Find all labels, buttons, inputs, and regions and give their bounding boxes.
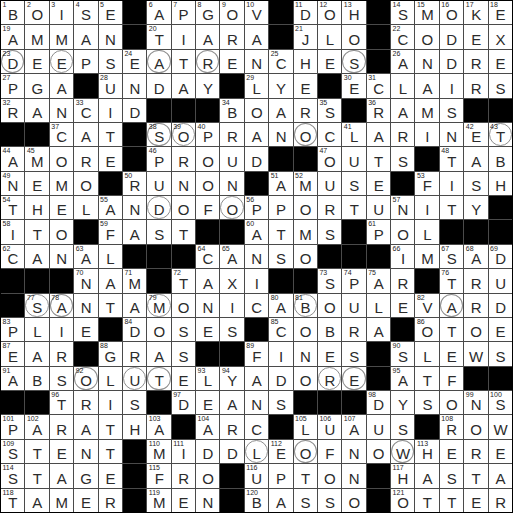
cell-r16c6[interactable]: U bbox=[123, 367, 146, 390]
cell-r3c18[interactable]: N bbox=[415, 50, 438, 73]
cell-r21c17[interactable]: 121O bbox=[391, 489, 414, 512]
cell-r16c18[interactable]: T bbox=[415, 367, 438, 390]
cell-r16c2[interactable]: B bbox=[25, 367, 48, 390]
cell-r9c15[interactable]: T bbox=[342, 196, 365, 219]
cell-r19c21[interactable]: E bbox=[489, 440, 512, 463]
cell-r11c19[interactable]: 67S bbox=[440, 245, 463, 268]
cell-r19c18[interactable]: 113H bbox=[415, 440, 438, 463]
cell-r7c5[interactable]: E bbox=[99, 147, 122, 170]
cell-r18c15[interactable]: 107A bbox=[342, 415, 365, 438]
cell-r21c21[interactable]: R bbox=[489, 489, 512, 512]
cell-r20c20[interactable]: T bbox=[464, 464, 487, 487]
cell-r1c1[interactable]: 1B bbox=[1, 1, 24, 24]
cell-r8c20[interactable]: S bbox=[464, 172, 487, 195]
cell-r15c15[interactable]: S bbox=[342, 342, 365, 365]
cell-r1c2[interactable]: 2O bbox=[25, 1, 48, 24]
cell-r7c19[interactable]: 48T bbox=[440, 147, 463, 170]
cell-r21c15[interactable]: O bbox=[342, 489, 365, 512]
cell-r6c8[interactable]: 39O bbox=[172, 123, 195, 146]
cell-r18c5[interactable]: T bbox=[99, 415, 122, 438]
cell-r11c12[interactable]: S bbox=[269, 245, 292, 268]
cell-r4c12[interactable]: Y bbox=[269, 74, 292, 97]
cell-r5c1[interactable]: 32R bbox=[1, 99, 24, 122]
cell-r12c20[interactable]: R bbox=[464, 269, 487, 292]
cell-r2c2[interactable]: M bbox=[25, 25, 48, 48]
cell-r19c19[interactable]: E bbox=[440, 440, 463, 463]
cell-r10c11[interactable]: 60A bbox=[245, 220, 268, 243]
cell-r3c8[interactable]: T bbox=[172, 50, 195, 73]
cell-r21c4[interactable]: E bbox=[74, 489, 97, 512]
cell-r13c15[interactable]: U bbox=[342, 294, 365, 317]
cell-r18c17[interactable]: S bbox=[391, 415, 414, 438]
cell-r14c8[interactable]: S bbox=[172, 318, 195, 341]
cell-r17c11[interactable]: N bbox=[245, 391, 268, 414]
cell-r20c14[interactable]: O bbox=[318, 464, 341, 487]
cell-r7c16[interactable]: T bbox=[367, 147, 390, 170]
cell-r2c1[interactable]: 19A bbox=[1, 25, 24, 48]
cell-r15c2[interactable]: A bbox=[25, 342, 48, 365]
cell-r13c11[interactable]: C bbox=[245, 294, 268, 317]
cell-r3c2[interactable]: E bbox=[25, 50, 48, 73]
cell-r21c13[interactable]: S bbox=[294, 489, 317, 512]
cell-r14c18[interactable]: 86O bbox=[415, 318, 438, 341]
cell-r21c1[interactable]: 118T bbox=[1, 489, 24, 512]
cell-r10c3[interactable]: O bbox=[50, 220, 73, 243]
cell-r12c8[interactable]: 72T bbox=[172, 269, 195, 292]
cell-r13c14[interactable]: O bbox=[318, 294, 341, 317]
cell-r3c9[interactable]: R bbox=[196, 50, 219, 73]
cell-r19c16[interactable]: O bbox=[367, 440, 390, 463]
cell-r19c5[interactable]: T bbox=[99, 440, 122, 463]
cell-r12c9[interactable]: A bbox=[196, 269, 219, 292]
cell-r2c9[interactable]: A bbox=[196, 25, 219, 48]
cell-r9c7[interactable]: D bbox=[147, 196, 170, 219]
cell-r13c7[interactable]: 79M bbox=[147, 294, 170, 317]
cell-r12c14[interactable]: 73S bbox=[318, 269, 341, 292]
cell-r20c17[interactable]: 117H bbox=[391, 464, 414, 487]
cell-r2c15[interactable]: O bbox=[342, 25, 365, 48]
cell-r1c17[interactable]: 14S bbox=[391, 1, 414, 24]
cell-r1c9[interactable]: 8G bbox=[196, 1, 219, 24]
cell-r14c9[interactable]: E bbox=[196, 318, 219, 341]
cell-r3c20[interactable]: R bbox=[464, 50, 487, 73]
cell-r18c16[interactable]: U bbox=[367, 415, 390, 438]
cell-r21c20[interactable]: E bbox=[464, 489, 487, 512]
cell-r12c6[interactable]: 71M bbox=[123, 269, 146, 292]
cell-r6c16[interactable]: A bbox=[367, 123, 390, 146]
cell-r3c6[interactable]: 24E bbox=[123, 50, 146, 73]
cell-r16c12[interactable]: D bbox=[269, 367, 292, 390]
cell-r15c6[interactable]: R bbox=[123, 342, 146, 365]
cell-r8c7[interactable]: U bbox=[147, 172, 170, 195]
cell-r2c4[interactable]: A bbox=[74, 25, 97, 48]
cell-r8c3[interactable]: M bbox=[50, 172, 73, 195]
cell-r4c3[interactable]: A bbox=[50, 74, 73, 97]
cell-r3c7[interactable]: A bbox=[147, 50, 170, 73]
cell-r14c19[interactable]: T bbox=[440, 318, 463, 341]
cell-r6c4[interactable]: A bbox=[74, 123, 97, 146]
cell-r5c3[interactable]: N bbox=[50, 99, 73, 122]
cell-r13c9[interactable]: N bbox=[196, 294, 219, 317]
cell-r16c19[interactable]: F bbox=[440, 367, 463, 390]
cell-r11c11[interactable]: N bbox=[245, 245, 268, 268]
cell-r13c16[interactable]: L bbox=[367, 294, 390, 317]
cell-r2c14[interactable]: L bbox=[318, 25, 341, 48]
cell-r1c15[interactable]: 13H bbox=[342, 1, 365, 24]
cell-r18c13[interactable]: 105L bbox=[294, 415, 317, 438]
cell-r12c15[interactable]: 74P bbox=[342, 269, 365, 292]
cell-r1c10[interactable]: 9O bbox=[220, 1, 243, 24]
cell-r19c4[interactable]: N bbox=[74, 440, 97, 463]
cell-r6c15[interactable]: 41L bbox=[342, 123, 365, 146]
cell-r3c3[interactable]: E bbox=[50, 50, 73, 73]
cell-r2c19[interactable]: D bbox=[440, 25, 463, 48]
cell-r18c6[interactable]: H bbox=[123, 415, 146, 438]
cell-r21c7[interactable]: 119M bbox=[147, 489, 170, 512]
cell-r21c14[interactable]: S bbox=[318, 489, 341, 512]
cell-r20c21[interactable]: A bbox=[489, 464, 512, 487]
cell-r12c19[interactable]: 76T bbox=[440, 269, 463, 292]
cell-r21c5[interactable]: R bbox=[99, 489, 122, 512]
cell-r3c21[interactable]: E bbox=[489, 50, 512, 73]
cell-r16c1[interactable]: 91A bbox=[1, 367, 24, 390]
cell-r19c17[interactable]: W bbox=[391, 440, 414, 463]
cell-r5c17[interactable]: A bbox=[391, 99, 414, 122]
cell-r11c21[interactable]: 69D bbox=[489, 245, 512, 268]
cell-r14c6[interactable]: 84D bbox=[123, 318, 146, 341]
cell-r8c9[interactable]: O bbox=[196, 172, 219, 195]
cell-r11c18[interactable]: M bbox=[415, 245, 438, 268]
cell-r19c9[interactable]: D bbox=[196, 440, 219, 463]
cell-r6c18[interactable]: I bbox=[415, 123, 438, 146]
cell-r1c13[interactable]: 11D bbox=[294, 1, 317, 24]
cell-r9c18[interactable]: I bbox=[415, 196, 438, 219]
cell-r10c8[interactable]: T bbox=[172, 220, 195, 243]
cell-r6c12[interactable]: N bbox=[269, 123, 292, 146]
cell-r2c11[interactable]: A bbox=[245, 25, 268, 48]
cell-r5c19[interactable]: S bbox=[440, 99, 463, 122]
cell-r8c14[interactable]: U bbox=[318, 172, 341, 195]
cell-r1c11[interactable]: 10V bbox=[245, 1, 268, 24]
cell-r18c7[interactable]: 103A bbox=[147, 415, 170, 438]
cell-r16c4[interactable]: 92O bbox=[74, 367, 97, 390]
cell-r8c19[interactable]: I bbox=[440, 172, 463, 195]
cell-r9c19[interactable]: T bbox=[440, 196, 463, 219]
cell-r16c3[interactable]: S bbox=[50, 367, 73, 390]
cell-r19c15[interactable]: N bbox=[342, 440, 365, 463]
cell-r19c11[interactable]: L bbox=[245, 440, 268, 463]
cell-r20c2[interactable]: T bbox=[25, 464, 48, 487]
cell-r7c21[interactable]: B bbox=[489, 147, 512, 170]
cell-r8c15[interactable]: S bbox=[342, 172, 365, 195]
cell-r7c17[interactable]: S bbox=[391, 147, 414, 170]
cell-r3c5[interactable]: S bbox=[99, 50, 122, 73]
cell-r11c17[interactable]: 66I bbox=[391, 245, 414, 268]
cell-r10c13[interactable]: M bbox=[294, 220, 317, 243]
cell-r18c3[interactable]: R bbox=[50, 415, 73, 438]
cell-r11c10[interactable]: 65A bbox=[220, 245, 243, 268]
cell-r3c15[interactable]: S bbox=[342, 50, 365, 73]
cell-r20c3[interactable]: A bbox=[50, 464, 73, 487]
cell-r5c2[interactable]: A bbox=[25, 99, 48, 122]
cell-r11c20[interactable]: 68A bbox=[464, 245, 487, 268]
cell-r4c16[interactable]: 31C bbox=[367, 74, 390, 97]
cell-r11c13[interactable]: O bbox=[294, 245, 317, 268]
cell-r13c10[interactable]: I bbox=[220, 294, 243, 317]
cell-r17c12[interactable]: S bbox=[269, 391, 292, 414]
cell-r7c8[interactable]: R bbox=[172, 147, 195, 170]
cell-r19c10[interactable]: D bbox=[220, 440, 243, 463]
cell-r21c19[interactable]: T bbox=[440, 489, 463, 512]
cell-r10c1[interactable]: 58I bbox=[1, 220, 24, 243]
cell-r8c6[interactable]: 50R bbox=[123, 172, 146, 195]
cell-r1c7[interactable]: 6A bbox=[147, 1, 170, 24]
cell-r18c20[interactable]: O bbox=[464, 415, 487, 438]
cell-r2c7[interactable]: 20T bbox=[147, 25, 170, 48]
cell-r16c11[interactable]: A bbox=[245, 367, 268, 390]
cell-r18c10[interactable]: R bbox=[220, 415, 243, 438]
cell-r13c6[interactable]: A bbox=[123, 294, 146, 317]
cell-r18c9[interactable]: 104A bbox=[196, 415, 219, 438]
cell-r14c2[interactable]: L bbox=[25, 318, 48, 341]
cell-r21c11[interactable]: 120B bbox=[245, 489, 268, 512]
cell-r20c12[interactable]: P bbox=[269, 464, 292, 487]
cell-r20c11[interactable]: 116U bbox=[245, 464, 268, 487]
cell-r8c10[interactable]: N bbox=[220, 172, 243, 195]
cell-r2c5[interactable]: N bbox=[99, 25, 122, 48]
cell-r15c1[interactable]: 87E bbox=[1, 342, 24, 365]
cell-r13c18[interactable]: 82V bbox=[415, 294, 438, 317]
cell-r19c20[interactable]: R bbox=[464, 440, 487, 463]
cell-r17c8[interactable]: 97D bbox=[172, 391, 195, 414]
cell-r20c8[interactable]: R bbox=[172, 464, 195, 487]
cell-r10c2[interactable]: T bbox=[25, 220, 48, 243]
cell-r1c18[interactable]: 15M bbox=[415, 1, 438, 24]
cell-r11c3[interactable]: N bbox=[50, 245, 73, 268]
cell-r4c19[interactable]: I bbox=[440, 74, 463, 97]
cell-r6c10[interactable]: R bbox=[220, 123, 243, 146]
cell-r13c13[interactable]: 81B bbox=[294, 294, 317, 317]
cell-r17c16[interactable]: 98D bbox=[367, 391, 390, 414]
cell-r7c14[interactable]: 47O bbox=[318, 147, 341, 170]
cell-r14c3[interactable]: I bbox=[50, 318, 73, 341]
cell-r4c6[interactable]: N bbox=[123, 74, 146, 97]
cell-r17c3[interactable]: 96T bbox=[50, 391, 73, 414]
cell-r5c13[interactable]: R bbox=[294, 99, 317, 122]
cell-r17c17[interactable]: Y bbox=[391, 391, 414, 414]
cell-r4c17[interactable]: L bbox=[391, 74, 414, 97]
cell-r1c4[interactable]: 4S bbox=[74, 1, 97, 24]
cell-r12c16[interactable]: 75A bbox=[367, 269, 390, 292]
cell-r2c17[interactable]: 22C bbox=[391, 25, 414, 48]
cell-r8c2[interactable]: E bbox=[25, 172, 48, 195]
cell-r12c10[interactable]: X bbox=[220, 269, 243, 292]
cell-r3c13[interactable]: H bbox=[294, 50, 317, 73]
cell-r14c13[interactable]: O bbox=[294, 318, 317, 341]
cell-r8c8[interactable]: N bbox=[172, 172, 195, 195]
cell-r7c20[interactable]: A bbox=[464, 147, 487, 170]
cell-r9c12[interactable]: P bbox=[269, 196, 292, 219]
cell-r20c19[interactable]: S bbox=[440, 464, 463, 487]
cell-r18c4[interactable]: A bbox=[74, 415, 97, 438]
cell-r8c4[interactable]: O bbox=[74, 172, 97, 195]
cell-r6c17[interactable]: R bbox=[391, 123, 414, 146]
cell-r9c16[interactable]: U bbox=[367, 196, 390, 219]
cell-r6c19[interactable]: N bbox=[440, 123, 463, 146]
cell-r16c14[interactable]: R bbox=[318, 367, 341, 390]
cell-r10c6[interactable]: A bbox=[123, 220, 146, 243]
cell-r7c15[interactable]: U bbox=[342, 147, 365, 170]
cell-r6c7[interactable]: 38S bbox=[147, 123, 170, 146]
cell-r10c5[interactable]: 59F bbox=[99, 220, 122, 243]
cell-r19c13[interactable]: O bbox=[294, 440, 317, 463]
cell-r13c2[interactable]: 77S bbox=[25, 294, 48, 317]
cell-r5c10[interactable]: 34B bbox=[220, 99, 243, 122]
cell-r3c11[interactable]: N bbox=[245, 50, 268, 73]
cell-r2c3[interactable]: M bbox=[50, 25, 73, 48]
cell-r15c3[interactable]: R bbox=[50, 342, 73, 365]
cell-r6c13[interactable]: O bbox=[294, 123, 317, 146]
cell-r5c4[interactable]: 33C bbox=[74, 99, 97, 122]
cell-r4c8[interactable]: A bbox=[172, 74, 195, 97]
cell-r2c20[interactable]: E bbox=[464, 25, 487, 48]
cell-r4c5[interactable]: 28U bbox=[99, 74, 122, 97]
cell-r20c1[interactable]: 114S bbox=[1, 464, 24, 487]
cell-r16c10[interactable]: 94Y bbox=[220, 367, 243, 390]
cell-r8c21[interactable]: H bbox=[489, 172, 512, 195]
cell-r1c14[interactable]: 12O bbox=[318, 1, 341, 24]
cell-r6c14[interactable]: C bbox=[318, 123, 341, 146]
cell-r15c11[interactable]: 89F bbox=[245, 342, 268, 365]
cell-r14c12[interactable]: 85C bbox=[269, 318, 292, 341]
cell-r8c16[interactable]: E bbox=[367, 172, 390, 195]
cell-r16c15[interactable]: E bbox=[342, 367, 365, 390]
cell-r10c18[interactable]: L bbox=[415, 220, 438, 243]
cell-r19c14[interactable]: F bbox=[318, 440, 341, 463]
cell-r5c6[interactable]: D bbox=[123, 99, 146, 122]
cell-r13c12[interactable]: 80A bbox=[269, 294, 292, 317]
cell-r17c10[interactable]: A bbox=[220, 391, 243, 414]
cell-r9c6[interactable]: N bbox=[123, 196, 146, 219]
cell-r13c5[interactable]: T bbox=[99, 294, 122, 317]
cell-r16c8[interactable]: E bbox=[172, 367, 195, 390]
cell-r12c21[interactable]: U bbox=[489, 269, 512, 292]
cell-r8c12[interactable]: 51A bbox=[269, 172, 292, 195]
cell-r16c17[interactable]: 95A bbox=[391, 367, 414, 390]
cell-r18c19[interactable]: 108R bbox=[440, 415, 463, 438]
cell-r4c18[interactable]: A bbox=[415, 74, 438, 97]
cell-r9c17[interactable]: 57N bbox=[391, 196, 414, 219]
cell-r2c10[interactable]: R bbox=[220, 25, 243, 48]
cell-r8c13[interactable]: 52M bbox=[294, 172, 317, 195]
cell-r5c14[interactable]: 35S bbox=[318, 99, 341, 122]
cell-r19c1[interactable]: 109S bbox=[1, 440, 24, 463]
cell-r4c9[interactable]: Y bbox=[196, 74, 219, 97]
cell-r7c9[interactable]: O bbox=[196, 147, 219, 170]
cell-r1c21[interactable]: 18E bbox=[489, 1, 512, 24]
cell-r10c16[interactable]: 61P bbox=[367, 220, 390, 243]
cell-r9c14[interactable]: R bbox=[318, 196, 341, 219]
cell-r18c14[interactable]: 106U bbox=[318, 415, 341, 438]
cell-r15c17[interactable]: 90S bbox=[391, 342, 414, 365]
cell-r13c3[interactable]: 78A bbox=[50, 294, 73, 317]
cell-r20c13[interactable]: T bbox=[294, 464, 317, 487]
cell-r1c3[interactable]: 3I bbox=[50, 1, 73, 24]
cell-r10c14[interactable]: S bbox=[318, 220, 341, 243]
cell-r21c2[interactable]: A bbox=[25, 489, 48, 512]
cell-r6c11[interactable]: A bbox=[245, 123, 268, 146]
cell-r9c10[interactable]: O bbox=[220, 196, 243, 219]
cell-r18c1[interactable]: 101P bbox=[1, 415, 24, 438]
cell-r16c13[interactable]: O bbox=[294, 367, 317, 390]
cell-r5c16[interactable]: 36R bbox=[367, 99, 390, 122]
cell-r12c5[interactable]: A bbox=[99, 269, 122, 292]
cell-r20c7[interactable]: 115F bbox=[147, 464, 170, 487]
cell-r15c19[interactable]: E bbox=[440, 342, 463, 365]
cell-r1c8[interactable]: 7P bbox=[172, 1, 195, 24]
cell-r9c2[interactable]: H bbox=[25, 196, 48, 219]
cell-r14c16[interactable]: A bbox=[367, 318, 390, 341]
cell-r3c17[interactable]: 26A bbox=[391, 50, 414, 73]
cell-r9c13[interactable]: O bbox=[294, 196, 317, 219]
cell-r17c20[interactable]: 99N bbox=[464, 391, 487, 414]
cell-r19c7[interactable]: 110M bbox=[147, 440, 170, 463]
cell-r20c4[interactable]: G bbox=[74, 464, 97, 487]
cell-r3c10[interactable]: E bbox=[220, 50, 243, 73]
cell-r19c2[interactable]: T bbox=[25, 440, 48, 463]
cell-r14c14[interactable]: B bbox=[318, 318, 341, 341]
cell-r15c8[interactable]: S bbox=[172, 342, 195, 365]
cell-r7c4[interactable]: R bbox=[74, 147, 97, 170]
cell-r4c1[interactable]: 27P bbox=[1, 74, 24, 97]
cell-r16c5[interactable]: L bbox=[99, 367, 122, 390]
cell-r9c8[interactable]: O bbox=[172, 196, 195, 219]
cell-r10c17[interactable]: O bbox=[391, 220, 414, 243]
cell-r4c7[interactable]: D bbox=[147, 74, 170, 97]
cell-r9c3[interactable]: E bbox=[50, 196, 73, 219]
cell-r21c9[interactable]: N bbox=[196, 489, 219, 512]
cell-r15c13[interactable]: N bbox=[294, 342, 317, 365]
cell-r19c8[interactable]: 111I bbox=[172, 440, 195, 463]
cell-r15c7[interactable]: A bbox=[147, 342, 170, 365]
cell-r3c19[interactable]: D bbox=[440, 50, 463, 73]
cell-r9c1[interactable]: 54T bbox=[1, 196, 24, 219]
cell-r7c2[interactable]: 45M bbox=[25, 147, 48, 170]
cell-r14c7[interactable]: O bbox=[147, 318, 170, 341]
cell-r17c6[interactable]: S bbox=[123, 391, 146, 414]
cell-r3c1[interactable]: 23D bbox=[1, 50, 24, 73]
cell-r14c15[interactable]: R bbox=[342, 318, 365, 341]
cell-r6c3[interactable]: 37C bbox=[50, 123, 73, 146]
cell-r11c5[interactable]: L bbox=[99, 245, 122, 268]
cell-r5c12[interactable]: A bbox=[269, 99, 292, 122]
cell-r4c13[interactable]: E bbox=[294, 74, 317, 97]
cell-r2c13[interactable]: 21J bbox=[294, 25, 317, 48]
cell-r19c3[interactable]: E bbox=[50, 440, 73, 463]
cell-r5c5[interactable]: I bbox=[99, 99, 122, 122]
cell-r14c21[interactable]: E bbox=[489, 318, 512, 341]
cell-r10c7[interactable]: S bbox=[147, 220, 170, 243]
cell-r4c15[interactable]: 30E bbox=[342, 74, 365, 97]
cell-r2c8[interactable]: I bbox=[172, 25, 195, 48]
cell-r15c20[interactable]: W bbox=[464, 342, 487, 365]
cell-r21c12[interactable]: A bbox=[269, 489, 292, 512]
cell-r6c21[interactable]: 43T bbox=[489, 123, 512, 146]
cell-r8c1[interactable]: 49N bbox=[1, 172, 24, 195]
cell-r12c17[interactable]: R bbox=[391, 269, 414, 292]
cell-r17c19[interactable]: O bbox=[440, 391, 463, 414]
cell-r9c9[interactable]: F bbox=[196, 196, 219, 219]
